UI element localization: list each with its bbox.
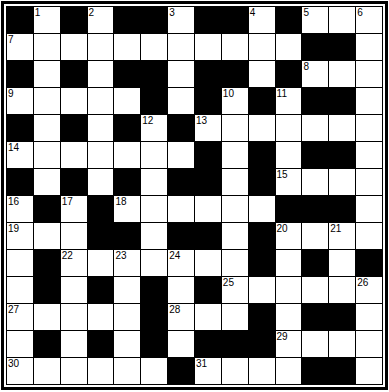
crossword-cell[interactable] (7, 250, 33, 276)
crossword-black-cell (222, 61, 248, 87)
crossword-cell[interactable] (141, 169, 167, 195)
clue-number: 29 (277, 331, 288, 342)
crossword-cell[interactable]: 26 (356, 277, 382, 303)
crossword-cell[interactable] (88, 142, 114, 168)
crossword-cell[interactable] (249, 196, 275, 222)
crossword-cell[interactable] (34, 142, 60, 168)
crossword-cell[interactable]: 31 (195, 358, 221, 384)
crossword-cell[interactable] (141, 250, 167, 276)
crossword-black-cell (276, 61, 302, 87)
crossword-cell[interactable]: 24 (168, 250, 194, 276)
clue-number: 26 (357, 277, 368, 288)
crossword-cell[interactable] (302, 223, 328, 249)
clue-number: 14 (8, 142, 19, 153)
crossword-cell[interactable] (114, 142, 140, 168)
crossword-black-cell (7, 169, 33, 195)
crossword-black-cell (195, 7, 221, 33)
crossword-cell[interactable]: 13 (195, 115, 221, 141)
crossword-cell[interactable]: 19 (7, 223, 33, 249)
crossword-cell[interactable]: 14 (7, 142, 33, 168)
crossword-black-cell (195, 142, 221, 168)
crossword-cell[interactable] (356, 331, 382, 357)
crossword-black-cell (141, 88, 167, 114)
clue-number: 2 (89, 7, 95, 18)
crossword-black-cell (168, 115, 194, 141)
crossword-black-cell (276, 7, 302, 33)
crossword-black-cell (114, 61, 140, 87)
crossword-cell[interactable] (329, 7, 355, 33)
crossword-black-cell (141, 61, 167, 87)
crossword-cell[interactable] (141, 358, 167, 384)
crossword-black-cell (329, 142, 355, 168)
crossword-black-cell (249, 169, 275, 195)
crossword-cell[interactable]: 7 (7, 34, 33, 60)
crossword-black-cell (195, 223, 221, 249)
crossword-black-cell (249, 250, 275, 276)
clue-number: 25 (223, 277, 234, 288)
clue-number: 17 (62, 196, 73, 207)
crossword-cell[interactable] (356, 223, 382, 249)
crossword-cell[interactable] (302, 115, 328, 141)
crossword-cell[interactable] (141, 34, 167, 60)
crossword-black-cell (276, 196, 302, 222)
clue-number: 13 (196, 115, 207, 126)
crossword-cell[interactable] (141, 223, 167, 249)
crossword-cell[interactable] (249, 115, 275, 141)
clue-number: 15 (277, 169, 288, 180)
crossword-black-cell (249, 223, 275, 249)
crossword-black-cell (302, 196, 328, 222)
crossword-black-cell (329, 34, 355, 60)
crossword-cell[interactable] (195, 196, 221, 222)
crossword-cell[interactable] (114, 34, 140, 60)
crossword-black-cell (7, 115, 33, 141)
crossword-black-cell (61, 115, 87, 141)
crossword-black-cell (302, 304, 328, 330)
crossword-cell[interactable]: 8 (302, 61, 328, 87)
crossword-black-cell (7, 7, 33, 33)
clue-number: 20 (277, 223, 288, 234)
crossword-cell[interactable] (34, 169, 60, 195)
crossword-cell[interactable] (249, 34, 275, 60)
crossword-cell[interactable]: 17 (61, 196, 87, 222)
crossword-black-cell (168, 223, 194, 249)
crossword-cell[interactable] (222, 304, 248, 330)
crossword-cell[interactable] (356, 169, 382, 195)
crossword-black-cell (34, 250, 60, 276)
crossword-cell[interactable] (195, 250, 221, 276)
crossword-black-cell (195, 61, 221, 87)
crossword-cell[interactable] (329, 115, 355, 141)
clue-number: 9 (8, 88, 14, 99)
crossword-cell[interactable] (276, 34, 302, 60)
crossword-cell[interactable]: 20 (276, 223, 302, 249)
crossword-black-cell (329, 196, 355, 222)
crossword-cell[interactable] (276, 304, 302, 330)
crossword-cell[interactable] (356, 196, 382, 222)
clue-number: 31 (196, 358, 207, 369)
clue-number: 6 (357, 7, 363, 18)
crossword-cell[interactable] (34, 304, 60, 330)
crossword-cell[interactable] (329, 61, 355, 87)
crossword-cell[interactable]: 2 (88, 7, 114, 33)
crossword-cell[interactable] (222, 223, 248, 249)
crossword-cell[interactable] (356, 34, 382, 60)
clue-number: 23 (115, 250, 126, 261)
crossword-cell[interactable]: 3 (168, 7, 194, 33)
crossword-cell[interactable]: 29 (276, 331, 302, 357)
crossword-black-cell (329, 304, 355, 330)
clue-number: 30 (8, 358, 19, 369)
clue-number: 7 (8, 34, 14, 45)
crossword-cell[interactable]: 28 (168, 304, 194, 330)
crossword-cell[interactable] (88, 304, 114, 330)
crossword-black-cell (249, 88, 275, 114)
crossword-cell[interactable] (88, 61, 114, 87)
crossword-black-cell (302, 250, 328, 276)
crossword-black-cell (356, 250, 382, 276)
crossword-cell[interactable] (114, 88, 140, 114)
crossword-cell[interactable] (249, 61, 275, 87)
crossword-cell[interactable]: 21 (329, 223, 355, 249)
crossword-black-cell (34, 277, 60, 303)
crossword-cell[interactable] (276, 142, 302, 168)
crossword-cell[interactable] (222, 169, 248, 195)
crossword-cell[interactable] (34, 115, 60, 141)
crossword-cell[interactable] (88, 34, 114, 60)
crossword-cell[interactable]: 16 (7, 196, 33, 222)
crossword-black-cell (329, 88, 355, 114)
crossword-cell[interactable] (141, 196, 167, 222)
crossword-cell[interactable] (195, 304, 221, 330)
crossword-cell[interactable] (168, 142, 194, 168)
crossword-cell[interactable] (88, 250, 114, 276)
clue-number: 11 (277, 88, 287, 99)
clue-number: 19 (8, 223, 19, 234)
crossword-black-cell (61, 169, 87, 195)
crossword-cell[interactable] (222, 358, 248, 384)
crossword-cell[interactable] (168, 88, 194, 114)
crossword-black-cell (302, 358, 328, 384)
crossword-black-cell (114, 7, 140, 33)
clue-number: 8 (303, 61, 309, 72)
clue-number: 24 (169, 250, 180, 261)
crossword-cell[interactable] (61, 88, 87, 114)
crossword-black-cell (195, 331, 221, 357)
clue-number: 21 (330, 223, 341, 234)
crossword-cell[interactable] (34, 61, 60, 87)
crossword-cell[interactable] (61, 223, 87, 249)
crossword-cell[interactable] (329, 250, 355, 276)
crossword-cell[interactable] (249, 358, 275, 384)
crossword-cell[interactable] (7, 277, 33, 303)
crossword-cell[interactable] (88, 169, 114, 195)
crossword-cell[interactable]: 4 (249, 7, 275, 33)
crossword-cell[interactable] (168, 34, 194, 60)
crossword-black-cell (88, 223, 114, 249)
crossword-black-cell (329, 358, 355, 384)
clue-number: 16 (8, 196, 19, 207)
crossword-cell[interactable] (356, 88, 382, 114)
crossword-black-cell (114, 223, 140, 249)
crossword-cell[interactable] (141, 142, 167, 168)
crossword-cell[interactable]: 15 (276, 169, 302, 195)
crossword-black-cell (141, 277, 167, 303)
crossword-black-cell (168, 169, 194, 195)
crossword-cell[interactable] (329, 169, 355, 195)
crossword-cell[interactable]: 25 (222, 277, 248, 303)
crossword-black-cell (141, 304, 167, 330)
crossword-cell[interactable] (34, 223, 60, 249)
crossword-black-cell (88, 331, 114, 357)
crossword-cell[interactable] (356, 115, 382, 141)
crossword-black-cell (195, 88, 221, 114)
crossword-cell[interactable] (195, 34, 221, 60)
crossword-black-cell (88, 196, 114, 222)
crossword-cell[interactable] (276, 358, 302, 384)
crossword-cell[interactable]: 1 (34, 7, 60, 33)
crossword-cell[interactable]: 22 (61, 250, 87, 276)
crossword-cell[interactable] (88, 115, 114, 141)
crossword-cell[interactable] (88, 88, 114, 114)
crossword-cell[interactable] (168, 277, 194, 303)
crossword-black-cell (61, 61, 87, 87)
crossword-board-frame: 1234567891011121314151617181920212223242… (1, 1, 388, 390)
crossword-cell[interactable] (222, 115, 248, 141)
crossword-cell[interactable] (276, 277, 302, 303)
crossword-cell[interactable] (168, 331, 194, 357)
crossword-cell[interactable]: 27 (7, 304, 33, 330)
crossword-cell[interactable]: 10 (222, 88, 248, 114)
crossword-black-cell (141, 331, 167, 357)
crossword-cell[interactable] (34, 88, 60, 114)
crossword-black-cell (114, 115, 140, 141)
crossword-black-cell (249, 142, 275, 168)
crossword-cell[interactable] (222, 250, 248, 276)
clue-number: 27 (8, 304, 19, 315)
crossword-black-cell (302, 142, 328, 168)
crossword-cell[interactable] (222, 196, 248, 222)
crossword-cell[interactable] (168, 61, 194, 87)
crossword-cell[interactable] (61, 34, 87, 60)
crossword-cell[interactable] (168, 196, 194, 222)
clue-number: 1 (35, 7, 41, 18)
crossword-cell[interactable] (222, 142, 248, 168)
crossword-black-cell (195, 277, 221, 303)
crossword-cell[interactable] (356, 61, 382, 87)
crossword-cell[interactable] (61, 304, 87, 330)
crossword-cell[interactable]: 6 (356, 7, 382, 33)
crossword-black-cell (168, 358, 194, 384)
crossword-cell[interactable] (302, 277, 328, 303)
crossword-cell[interactable] (7, 331, 33, 357)
crossword-cell[interactable] (114, 277, 140, 303)
crossword-cell[interactable]: 23 (114, 250, 140, 276)
crossword-cell[interactable] (114, 304, 140, 330)
crossword-cell[interactable] (88, 358, 114, 384)
crossword-cell[interactable] (114, 358, 140, 384)
crossword-black-cell (61, 7, 87, 33)
crossword-cell[interactable] (329, 331, 355, 357)
crossword-black-cell (249, 331, 275, 357)
crossword-black-cell (141, 7, 167, 33)
crossword-black-cell (114, 169, 140, 195)
crossword-cell[interactable] (61, 331, 87, 357)
crossword-black-cell (88, 277, 114, 303)
crossword-black-cell (302, 88, 328, 114)
crossword-cell[interactable] (61, 277, 87, 303)
clue-number: 12 (142, 115, 153, 126)
crossword-black-cell (34, 196, 60, 222)
crossword-cell[interactable]: 9 (7, 88, 33, 114)
crossword-cell[interactable] (114, 331, 140, 357)
clue-number: 10 (223, 88, 234, 99)
crossword-cell[interactable] (34, 34, 60, 60)
crossword-cell[interactable] (276, 250, 302, 276)
crossword-cell[interactable] (329, 277, 355, 303)
crossword-cell[interactable]: 12 (141, 115, 167, 141)
crossword-cell[interactable]: 5 (302, 7, 328, 33)
clue-number: 28 (169, 304, 180, 315)
clue-number: 18 (115, 196, 126, 207)
crossword-cell[interactable] (249, 277, 275, 303)
crossword-cell[interactable] (222, 34, 248, 60)
crossword-cell[interactable] (61, 358, 87, 384)
crossword-cell[interactable] (276, 115, 302, 141)
clue-number: 3 (169, 7, 175, 18)
crossword-cell[interactable] (302, 169, 328, 195)
crossword-black-cell (302, 34, 328, 60)
clue-number: 5 (303, 7, 309, 18)
crossword-cell[interactable] (302, 331, 328, 357)
crossword-black-cell (222, 331, 248, 357)
clue-number: 22 (62, 250, 73, 261)
crossword-black-cell (222, 7, 248, 33)
crossword-black-cell (249, 304, 275, 330)
crossword-cell[interactable] (356, 358, 382, 384)
crossword-puzzle: 1234567891011121314151617181920212223242… (0, 0, 389, 392)
clue-number: 4 (250, 7, 256, 18)
crossword-cell[interactable]: 18 (114, 196, 140, 222)
crossword-grid: 1234567891011121314151617181920212223242… (6, 6, 383, 385)
crossword-cell[interactable] (34, 358, 60, 384)
crossword-black-cell (34, 331, 60, 357)
crossword-cell[interactable] (61, 142, 87, 168)
crossword-cell[interactable] (356, 142, 382, 168)
crossword-black-cell (195, 169, 221, 195)
crossword-cell[interactable]: 30 (7, 358, 33, 384)
crossword-cell[interactable] (356, 304, 382, 330)
crossword-cell[interactable]: 11 (276, 88, 302, 114)
crossword-black-cell (7, 61, 33, 87)
